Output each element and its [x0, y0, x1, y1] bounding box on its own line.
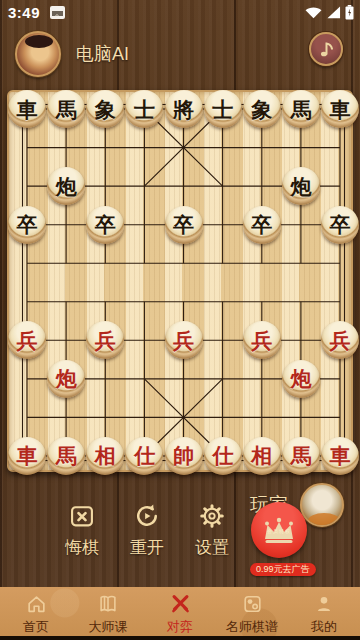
piece-red-仕-r9c5[interactable]: 仕 — [204, 437, 242, 475]
piece-red-炮-r7c7[interactable]: 炮 — [282, 360, 320, 398]
nav-item-profile[interactable]: 我的 — [288, 587, 360, 640]
clock: 3:49 — [8, 4, 40, 21]
piece-black-炮-r2c1[interactable]: 炮 — [47, 167, 85, 205]
board-grid — [9, 92, 355, 474]
piece-black-象-r0c6[interactable]: 象 — [243, 90, 281, 128]
sound-toggle-button[interactable] — [309, 32, 343, 66]
piece-red-兵-r6c6[interactable]: 兵 — [243, 321, 281, 359]
person-icon — [288, 592, 360, 616]
piece-black-炮-r2c7[interactable]: 炮 — [282, 167, 320, 205]
piece-black-車-r0c0[interactable]: 車 — [8, 90, 46, 128]
screenshot-icon — [50, 6, 65, 19]
vip-circle[interactable]: 会员特权 — [251, 502, 307, 558]
home-icon — [0, 592, 72, 616]
piece-black-馬-r0c1[interactable]: 馬 — [47, 90, 85, 128]
restart-button[interactable]: 重开 — [117, 500, 177, 559]
piece-red-相-r9c2[interactable]: 相 — [86, 437, 124, 475]
piece-black-象-r0c2[interactable]: 象 — [86, 90, 124, 128]
opponent-avatar[interactable] — [15, 31, 61, 77]
piece-black-車-r0c8[interactable]: 車 — [321, 90, 359, 128]
opponent-row: 电脑AI — [0, 28, 360, 80]
opponent-name: 电脑AI — [76, 42, 129, 66]
nav-item-play[interactable]: 对弈 — [144, 587, 216, 640]
undo-icon — [52, 500, 112, 532]
piece-black-卒-r3c4[interactable]: 卒 — [165, 206, 203, 244]
music-note-icon — [316, 39, 336, 59]
status-bar: 3:49 — [0, 0, 360, 24]
board-record-icon — [216, 592, 288, 616]
settings-button[interactable]: 设置 — [182, 500, 242, 559]
piece-black-卒-r3c6[interactable]: 卒 — [243, 206, 281, 244]
book-icon — [72, 592, 144, 616]
piece-black-將-r0c4[interactable]: 將 — [165, 90, 203, 128]
piece-red-相-r9c6[interactable]: 相 — [243, 437, 281, 475]
piece-red-兵-r6c4[interactable]: 兵 — [165, 321, 203, 359]
battery-charging-icon — [345, 5, 354, 20]
xiangqi-board[interactable]: 車馬象士將士象馬車炮炮卒卒卒卒卒兵兵兵兵兵炮炮車馬相仕帥仕相馬車 — [7, 90, 353, 472]
piece-red-車-r9c0[interactable]: 車 — [8, 437, 46, 475]
piece-red-馬-r9c7[interactable]: 馬 — [282, 437, 320, 475]
piece-black-卒-r3c0[interactable]: 卒 — [8, 206, 46, 244]
piece-black-士-r0c5[interactable]: 士 — [204, 90, 242, 128]
cell-signal-icon — [326, 6, 341, 19]
piece-red-炮-r7c1[interactable]: 炮 — [47, 360, 85, 398]
nav-item-masterclass[interactable]: 大师课 — [72, 587, 144, 640]
wifi-icon — [305, 6, 322, 19]
piece-red-帥-r9c4[interactable]: 帥 — [165, 437, 203, 475]
piece-black-卒-r3c2[interactable]: 卒 — [86, 206, 124, 244]
piece-black-卒-r3c8[interactable]: 卒 — [321, 206, 359, 244]
bottom-nav: 首页 大师课 对弈 名师棋谱 — [0, 587, 360, 640]
restart-icon — [117, 500, 177, 532]
remove-ads-badge[interactable]: 0.99元去广告 — [250, 563, 316, 576]
piece-red-車-r9c8[interactable]: 車 — [321, 437, 359, 475]
piece-red-馬-r9c1[interactable]: 馬 — [47, 437, 85, 475]
piece-black-馬-r0c7[interactable]: 馬 — [282, 90, 320, 128]
nav-item-home[interactable]: 首页 — [0, 587, 72, 640]
nav-item-game-records[interactable]: 名师棋谱 — [216, 587, 288, 640]
remove-ads-vip-button[interactable]: 会员特权 0.99元去广告 — [250, 502, 308, 576]
crossed-swords-icon — [144, 592, 216, 616]
undo-move-button[interactable]: 悔棋 — [52, 500, 112, 559]
gear-icon — [182, 500, 242, 532]
vip-crown-text: 会员特权 — [251, 528, 307, 534]
